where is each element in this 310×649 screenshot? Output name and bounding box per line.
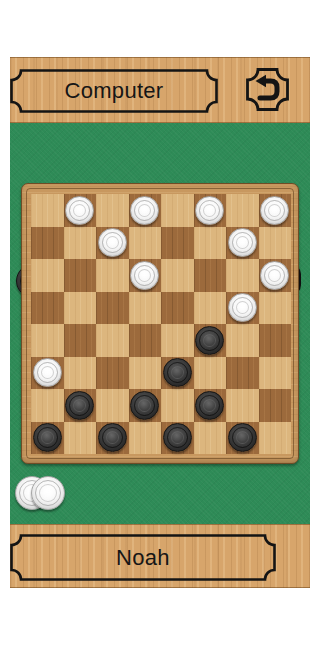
square-r3c1[interactable] [31, 259, 64, 292]
footer-wood-bar: Noah [10, 524, 310, 588]
checkers-board [21, 183, 299, 464]
bottom-player-name: Noah [10, 534, 276, 581]
square-r4c3[interactable] [96, 292, 129, 325]
square-r1c1[interactable] [31, 194, 64, 227]
square-r3c2[interactable] [64, 259, 97, 292]
square-r5c6[interactable] [194, 324, 227, 357]
captured-white-checker [31, 476, 65, 510]
square-r2c7[interactable] [226, 227, 259, 260]
square-r3c3[interactable] [96, 259, 129, 292]
square-r5c1[interactable] [31, 324, 64, 357]
square-r6c6[interactable] [194, 357, 227, 390]
square-r8c7[interactable] [226, 422, 259, 455]
felt-background: 3 C [10, 123, 310, 524]
square-r1c6[interactable] [194, 194, 227, 227]
square-r3c4[interactable] [129, 259, 162, 292]
square-r1c5[interactable] [161, 194, 194, 227]
square-r2c4[interactable] [129, 227, 162, 260]
black-checker-r8c3[interactable] [98, 423, 127, 452]
white-checker-r3c4[interactable] [130, 261, 159, 290]
square-r7c3[interactable] [96, 389, 129, 422]
black-checker-r7c4[interactable] [130, 391, 159, 420]
square-r1c3[interactable] [96, 194, 129, 227]
square-r2c1[interactable] [31, 227, 64, 260]
white-checker-r4c7[interactable] [228, 293, 257, 322]
square-r6c3[interactable] [96, 357, 129, 390]
square-r5c4[interactable] [129, 324, 162, 357]
board-grid [31, 194, 291, 454]
white-checker-r6c1[interactable] [33, 358, 62, 387]
bottom-player-plaque: Noah [10, 534, 276, 581]
square-r8c8[interactable] [259, 422, 292, 455]
square-r8c5[interactable] [161, 422, 194, 455]
square-r5c3[interactable] [96, 324, 129, 357]
square-r4c7[interactable] [226, 292, 259, 325]
square-r4c2[interactable] [64, 292, 97, 325]
square-r7c8[interactable] [259, 389, 292, 422]
square-r2c2[interactable] [64, 227, 97, 260]
square-r3c8[interactable] [259, 259, 292, 292]
phone-screen: Computer 3 C [10, 0, 310, 649]
square-r5c2[interactable] [64, 324, 97, 357]
undo-button-frame [248, 70, 288, 110]
square-r4c8[interactable] [259, 292, 292, 325]
square-r7c6[interactable] [194, 389, 227, 422]
white-checker-r1c4[interactable] [130, 196, 159, 225]
square-r4c5[interactable] [161, 292, 194, 325]
undo-button[interactable] [246, 68, 289, 111]
square-r2c8[interactable] [259, 227, 292, 260]
undo-arrow-icon [256, 75, 278, 98]
square-r8c3[interactable] [96, 422, 129, 455]
square-r6c7[interactable] [226, 357, 259, 390]
top-player-name: Computer [10, 69, 218, 113]
white-checker-r3c8[interactable] [260, 261, 289, 290]
square-r7c4[interactable] [129, 389, 162, 422]
square-r3c5[interactable] [161, 259, 194, 292]
square-r6c2[interactable] [64, 357, 97, 390]
square-r8c4[interactable] [129, 422, 162, 455]
square-r7c5[interactable] [161, 389, 194, 422]
square-r8c1[interactable] [31, 422, 64, 455]
square-r5c5[interactable] [161, 324, 194, 357]
square-r6c5[interactable] [161, 357, 194, 390]
square-r7c7[interactable] [226, 389, 259, 422]
square-r1c4[interactable] [129, 194, 162, 227]
square-r4c6[interactable] [194, 292, 227, 325]
square-r3c7[interactable] [226, 259, 259, 292]
square-r2c6[interactable] [194, 227, 227, 260]
square-r2c5[interactable] [161, 227, 194, 260]
black-checker-r7c2[interactable] [65, 391, 94, 420]
square-r6c1[interactable] [31, 357, 64, 390]
square-r6c4[interactable] [129, 357, 162, 390]
black-checker-r8c1[interactable] [33, 423, 62, 452]
white-checker-r1c6[interactable] [195, 196, 224, 225]
square-r3c6[interactable] [194, 259, 227, 292]
square-r8c6[interactable] [194, 422, 227, 455]
square-r5c7[interactable] [226, 324, 259, 357]
header-wood-bar: Computer [10, 57, 310, 123]
square-r1c8[interactable] [259, 194, 292, 227]
black-checker-r7c6[interactable] [195, 391, 224, 420]
black-checker-r6c5[interactable] [163, 358, 192, 387]
square-r5c8[interactable] [259, 324, 292, 357]
black-checker-r8c7[interactable] [228, 423, 257, 452]
white-checker-r1c8[interactable] [260, 196, 289, 225]
square-r4c4[interactable] [129, 292, 162, 325]
square-r1c7[interactable] [226, 194, 259, 227]
white-checker-r1c2[interactable] [65, 196, 94, 225]
top-player-plaque: Computer [10, 69, 218, 113]
black-checker-r8c5[interactable] [163, 423, 192, 452]
square-r1c2[interactable] [64, 194, 97, 227]
square-r4c1[interactable] [31, 292, 64, 325]
captured-white-tray [15, 476, 75, 510]
square-r8c2[interactable] [64, 422, 97, 455]
white-checker-r2c7[interactable] [228, 228, 257, 257]
square-r7c2[interactable] [64, 389, 97, 422]
square-r2c3[interactable] [96, 227, 129, 260]
square-r6c8[interactable] [259, 357, 292, 390]
black-checker-r5c6[interactable] [195, 326, 224, 355]
white-checker-r2c3[interactable] [98, 228, 127, 257]
square-r7c1[interactable] [31, 389, 64, 422]
